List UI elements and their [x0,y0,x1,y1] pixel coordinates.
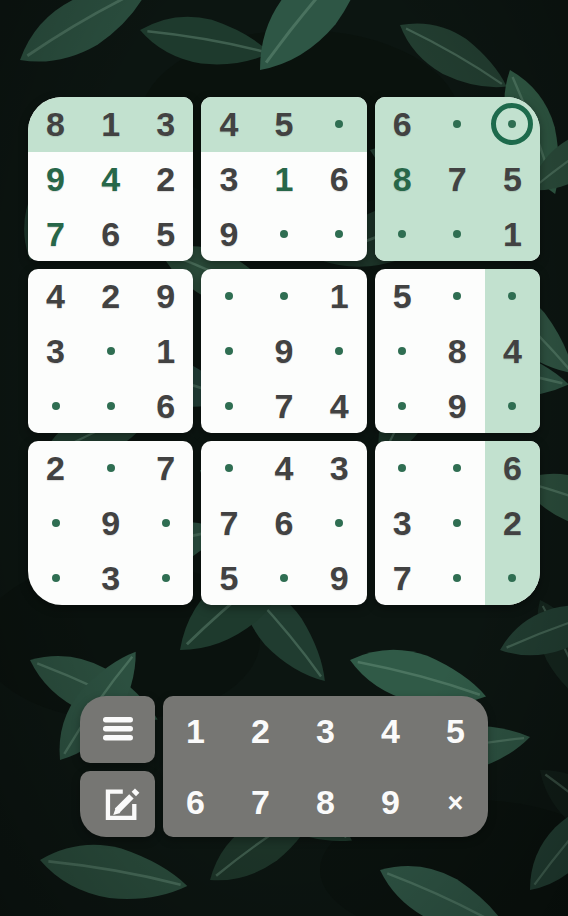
box-4: 429316 [28,269,193,433]
cell-r1c6[interactable] [312,97,367,152]
cell-r6c4[interactable] [201,378,256,433]
given-digit: 5 [275,107,294,141]
user-digit: 9 [46,162,65,196]
cell-r3c9[interactable]: 1 [485,206,540,261]
given-digit: 4 [46,279,65,313]
sudoku-app-screen: 8139427654531696875142931619745849279343… [0,0,568,916]
cell-r7c7[interactable] [375,441,430,496]
cell-r7c3[interactable]: 7 [138,441,193,496]
hamburger-icon [100,715,136,743]
given-digit: 2 [156,162,175,196]
given-digit: 9 [219,217,238,251]
cell-r4c5[interactable] [256,269,311,324]
numpad-6-button[interactable]: 6 [176,779,215,825]
given-digit: 6 [393,107,412,141]
cell-r4c4[interactable] [201,269,256,324]
given-digit: 1 [156,334,175,368]
given-digit: 5 [156,217,175,251]
empty-dot [508,292,516,300]
cell-r2c2[interactable]: 4 [83,152,138,207]
cell-r4c6[interactable]: 1 [312,269,367,324]
empty-dot [453,230,461,238]
cell-r3c4[interactable]: 9 [201,206,256,261]
empty-dot [107,464,115,472]
given-digit: 2 [46,451,65,485]
cell-r6c5[interactable]: 7 [256,378,311,433]
empty-dot [280,292,288,300]
cell-r7c5[interactable]: 4 [256,441,311,496]
empty-dot [453,519,461,527]
empty-dot [508,574,516,582]
empty-dot [398,347,406,355]
numpad-9-button[interactable]: 9 [371,779,410,825]
empty-dot [280,574,288,582]
given-digit: 5 [219,561,238,595]
cell-r2c7[interactable]: 8 [375,152,430,207]
cell-r4c2[interactable]: 2 [83,269,138,324]
given-digit: 9 [156,279,175,313]
cell-r9c5[interactable] [256,550,311,605]
cell-r5c8[interactable]: 8 [430,324,485,379]
box-3: 68751 [375,97,540,261]
cell-r6c6[interactable]: 4 [312,378,367,433]
cell-r5c5[interactable]: 9 [256,324,311,379]
cell-r2c8[interactable]: 7 [430,152,485,207]
empty-dot [335,230,343,238]
cell-r2c4[interactable]: 3 [201,152,256,207]
selection-ring [491,103,533,145]
given-digit: 6 [503,451,522,485]
given-digit: 3 [101,561,120,595]
cell-r3c3[interactable]: 5 [138,206,193,261]
given-digit: 6 [101,217,120,251]
empty-dot [107,402,115,410]
cell-r7c1[interactable]: 2 [28,441,83,496]
cell-r2c5[interactable]: 1 [256,152,311,207]
given-digit: 6 [330,162,349,196]
cell-r1c8[interactable] [430,97,485,152]
cell-r3c2[interactable]: 6 [83,206,138,261]
cell-r9c7[interactable]: 7 [375,550,430,605]
numpad-erase-button[interactable]: × [438,780,474,823]
user-digit: 8 [393,162,412,196]
empty-dot [453,292,461,300]
cell-r8c6[interactable] [312,496,367,551]
given-digit: 9 [330,561,349,595]
cell-r7c6[interactable]: 3 [312,441,367,496]
cell-r3c7[interactable] [375,206,430,261]
cell-r5c3[interactable]: 1 [138,324,193,379]
given-digit: 2 [101,279,120,313]
empty-dot [398,402,406,410]
given-digit: 9 [275,334,294,368]
cell-r1c4[interactable]: 4 [201,97,256,152]
action-buttons [80,696,155,837]
menu-button[interactable] [80,696,155,763]
cell-r2c9[interactable]: 5 [485,152,540,207]
empty-dot [225,347,233,355]
cell-r1c2[interactable]: 1 [83,97,138,152]
box-1: 813942765 [28,97,193,261]
cell-r1c3[interactable]: 3 [138,97,193,152]
cell-r9c4[interactable]: 5 [201,550,256,605]
given-digit: 8 [448,334,467,368]
empty-dot [398,464,406,472]
numpad-3-button[interactable]: 3 [306,708,345,754]
cell-r8c4[interactable]: 7 [201,496,256,551]
numpad-4-button[interactable]: 4 [371,708,410,754]
cell-r9c8[interactable] [430,550,485,605]
given-digit: 9 [448,389,467,423]
empty-dot [335,120,343,128]
cell-r3c8[interactable] [430,206,485,261]
control-panel: 123456789× [80,696,488,837]
cell-r8c7[interactable]: 3 [375,496,430,551]
given-digit: 3 [156,107,175,141]
cell-r4c8[interactable] [430,269,485,324]
empty-dot [398,230,406,238]
given-digit: 4 [503,334,522,368]
given-digit: 8 [46,107,65,141]
cell-r9c2[interactable]: 3 [83,550,138,605]
cell-r7c4[interactable] [201,441,256,496]
cell-r8c2[interactable]: 9 [83,496,138,551]
empty-dot [225,464,233,472]
empty-dot [453,464,461,472]
box-6: 5849 [375,269,540,433]
user-digit: 1 [275,162,294,196]
sudoku-board: 8139427654531696875142931619745849279343… [28,97,540,605]
cell-r9c6[interactable]: 9 [312,550,367,605]
box-8: 437659 [201,441,366,605]
given-digit: 7 [448,162,467,196]
cell-r5c4[interactable] [201,324,256,379]
given-digit: 1 [503,217,522,251]
empty-dot [508,402,516,410]
numpad-7-button[interactable]: 7 [241,779,280,825]
cell-r7c8[interactable] [430,441,485,496]
given-digit: 5 [393,279,412,313]
notes-button[interactable] [80,771,155,838]
empty-dot [335,519,343,527]
cell-r1c5[interactable]: 5 [256,97,311,152]
cell-r5c9[interactable]: 4 [485,324,540,379]
cell-r1c9[interactable] [485,97,540,152]
cell-r2c6[interactable]: 6 [312,152,367,207]
cell-r3c1[interactable]: 7 [28,206,83,261]
cell-r8c8[interactable] [430,496,485,551]
given-digit: 9 [101,506,120,540]
given-digit: 4 [275,451,294,485]
cell-r6c2[interactable] [83,378,138,433]
cell-r6c3[interactable]: 6 [138,378,193,433]
cell-r9c3[interactable] [138,550,193,605]
empty-dot [52,574,60,582]
cell-r4c7[interactable]: 5 [375,269,430,324]
cell-r1c1[interactable]: 8 [28,97,83,152]
cell-r5c2[interactable] [83,324,138,379]
user-digit: 7 [46,217,65,251]
given-digit: 1 [330,279,349,313]
cell-r9c1[interactable] [28,550,83,605]
cell-r4c3[interactable]: 9 [138,269,193,324]
cell-r7c9[interactable]: 6 [485,441,540,496]
box-5: 1974 [201,269,366,433]
given-digit: 7 [219,506,238,540]
cell-r3c5[interactable] [256,206,311,261]
given-digit: 1 [101,107,120,141]
empty-dot [225,402,233,410]
empty-dot [52,519,60,527]
given-digit: 7 [156,451,175,485]
cell-r6c9[interactable] [485,378,540,433]
empty-dot [453,574,461,582]
given-digit: 6 [275,506,294,540]
cell-r7c2[interactable] [83,441,138,496]
given-digit: 4 [330,389,349,423]
cell-r5c7[interactable] [375,324,430,379]
given-digit: 7 [275,389,294,423]
box-9: 6327 [375,441,540,605]
given-digit: 5 [503,162,522,196]
cell-r2c3[interactable]: 2 [138,152,193,207]
empty-dot [52,402,60,410]
given-digit: 3 [330,451,349,485]
empty-dot [225,292,233,300]
empty-dot [162,574,170,582]
cell-r6c7[interactable] [375,378,430,433]
compose-icon [95,781,141,827]
numpad-1-button[interactable]: 1 [176,708,215,754]
cell-r5c1[interactable]: 3 [28,324,83,379]
cell-r6c8[interactable]: 9 [430,378,485,433]
cell-r6c1[interactable] [28,378,83,433]
given-digit: 4 [219,107,238,141]
box-2: 453169 [201,97,366,261]
given-digit: 3 [393,506,412,540]
numpad-8-button[interactable]: 8 [306,779,345,825]
empty-dot [162,519,170,527]
empty-dot [453,120,461,128]
numpad-5-button[interactable]: 5 [436,708,475,754]
given-digit: 3 [46,334,65,368]
cell-r8c5[interactable]: 6 [256,496,311,551]
given-digit: 7 [393,561,412,595]
given-digit: 6 [156,389,175,423]
empty-dot [107,347,115,355]
cell-r5c6[interactable] [312,324,367,379]
cell-r3c6[interactable] [312,206,367,261]
numpad: 123456789× [163,696,488,837]
empty-dot [335,347,343,355]
cell-r2c1[interactable]: 9 [28,152,83,207]
empty-dot [280,230,288,238]
cell-r8c1[interactable] [28,496,83,551]
cell-r4c1[interactable]: 4 [28,269,83,324]
given-digit: 3 [219,162,238,196]
cell-r8c3[interactable] [138,496,193,551]
cell-r8c9[interactable]: 2 [485,496,540,551]
cell-r1c7[interactable]: 6 [375,97,430,152]
user-digit: 4 [101,162,120,196]
numpad-2-button[interactable]: 2 [241,708,280,754]
box-7: 2793 [28,441,193,605]
given-digit: 2 [503,506,522,540]
cell-r4c9[interactable] [485,269,540,324]
cell-r9c9[interactable] [485,550,540,605]
